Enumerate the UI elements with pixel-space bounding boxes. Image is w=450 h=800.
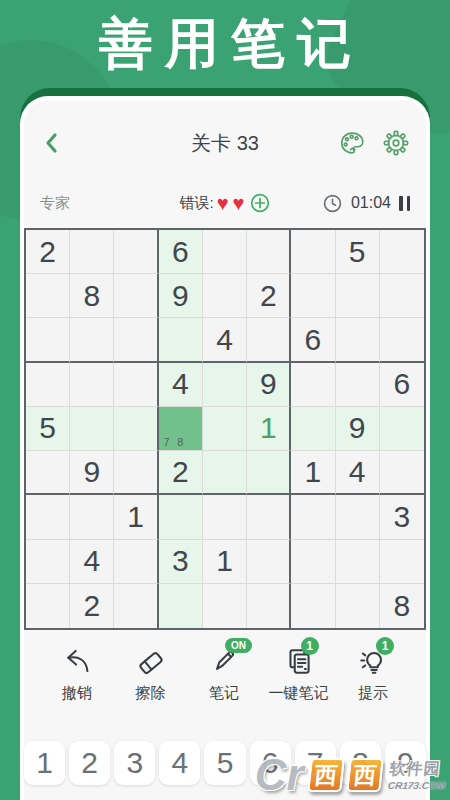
cell-r4c7[interactable] (291, 363, 335, 407)
cell-r5c2[interactable] (70, 407, 114, 451)
notes-on-badge: ON (225, 638, 252, 653)
cell-r8c8[interactable] (336, 540, 380, 584)
cell-r6c5[interactable] (203, 451, 247, 495)
cell-r6c4[interactable]: 2 (159, 451, 203, 495)
erase-button[interactable]: 擦除 (122, 646, 180, 703)
clock-icon (322, 193, 343, 214)
cell-r4c8[interactable] (336, 363, 380, 407)
cell-r3c3[interactable] (114, 318, 158, 362)
cell-r5c6[interactable]: 1 (247, 407, 291, 451)
numpad-key-5[interactable]: 5 (204, 741, 245, 785)
cell-r5c8[interactable]: 9 (336, 407, 380, 451)
given-digit: 1 (216, 544, 233, 578)
given-digit: 6 (305, 323, 322, 357)
cell-r7c8[interactable] (336, 495, 380, 539)
given-digit: 4 (172, 367, 189, 401)
cell-r9c2[interactable]: 2 (70, 584, 114, 628)
given-digit: 2 (172, 455, 189, 489)
given-digit: 2 (83, 589, 100, 623)
watermark-logo: Cr (255, 750, 304, 800)
cell-r3c4[interactable] (159, 318, 203, 362)
cell-r3c6[interactable] (247, 318, 291, 362)
cell-r8c2[interactable]: 4 (70, 540, 114, 584)
undo-icon (61, 646, 93, 678)
game-card: 关卡 33 (20, 96, 430, 800)
cell-r5c3[interactable] (114, 407, 158, 451)
notes-button[interactable]: 笔记 ON (195, 646, 253, 703)
cell-r9c6[interactable] (247, 584, 291, 628)
user-digit: 1 (260, 411, 277, 445)
given-digit: 5 (349, 235, 366, 269)
given-digit: 4 (216, 323, 233, 357)
cell-r3c7[interactable]: 6 (291, 318, 335, 362)
timer-group: 01:04 (322, 193, 410, 214)
hint-button[interactable]: 提示 1 (344, 646, 402, 703)
cell-r4c4[interactable]: 4 (159, 363, 203, 407)
cell-r4c2[interactable] (70, 363, 114, 407)
cell-r8c5[interactable]: 1 (203, 540, 247, 584)
cell-r2c9[interactable] (380, 274, 424, 318)
given-digit: 5 (39, 411, 56, 445)
cell-r9c5[interactable] (203, 584, 247, 628)
cell-r2c7[interactable] (291, 274, 335, 318)
cell-r5c5[interactable] (203, 407, 247, 451)
cell-r8c3[interactable] (114, 540, 158, 584)
cell-r3c8[interactable] (336, 318, 380, 362)
given-digit: 9 (172, 279, 189, 313)
cell-r2c5[interactable] (203, 274, 247, 318)
palette-icon (338, 129, 366, 157)
watermark: Cr 西 西 软件园 CR173.COM (255, 750, 446, 800)
given-digit: 1 (127, 500, 144, 534)
numpad-key-2[interactable]: 2 (69, 741, 110, 785)
cell-r1c5[interactable] (203, 230, 247, 274)
cell-r1c9[interactable] (380, 230, 424, 274)
pencil-notes: 78 (160, 408, 201, 449)
cell-r2c3[interactable] (114, 274, 158, 318)
tip-banner-title: 善用笔记 (0, 4, 450, 82)
watermark-domain: CR173.COM (387, 780, 445, 791)
tool-label: 撤销 (62, 684, 92, 703)
cell-r5c9[interactable] (380, 407, 424, 451)
cell-r4c9[interactable]: 6 (380, 363, 424, 407)
cell-r1c7[interactable] (291, 230, 335, 274)
watermark-char: 西 (307, 758, 345, 792)
cell-r7c7[interactable] (291, 495, 335, 539)
numpad-key-4[interactable]: 4 (159, 741, 200, 785)
sudoku-board: 265892464965781992141343128 (24, 228, 426, 630)
cell-r3c5[interactable]: 4 (203, 318, 247, 362)
cell-r8c9[interactable] (380, 540, 424, 584)
given-digit: 9 (260, 367, 277, 401)
add-life-button[interactable] (250, 193, 270, 213)
cell-r6c6[interactable] (247, 451, 291, 495)
cell-r2c6[interactable]: 2 (247, 274, 291, 318)
given-digit: 8 (83, 279, 100, 313)
given-digit: 3 (394, 500, 411, 534)
given-digit: 9 (83, 455, 100, 489)
time-value: 01:04 (351, 194, 391, 212)
cell-r4c5[interactable] (203, 363, 247, 407)
app-bar: 关卡 33 (40, 126, 410, 160)
cell-r2c8[interactable] (336, 274, 380, 318)
undo-button[interactable]: 撤销 (48, 646, 106, 703)
cell-r5c7[interactable] (291, 407, 335, 451)
watermark-suffix: 软件园 (388, 759, 441, 780)
app-screen: 善用笔记 关卡 33 (0, 0, 450, 800)
cell-r9c1[interactable] (26, 584, 70, 628)
cell-r3c1[interactable] (26, 318, 70, 362)
cell-r5c1[interactable]: 5 (26, 407, 70, 451)
cell-r1c1[interactable]: 2 (26, 230, 70, 274)
cell-r7c4[interactable] (159, 495, 203, 539)
heart-icon: ♥ (233, 193, 245, 213)
cell-r4c1[interactable] (26, 363, 70, 407)
given-digit: 1 (305, 455, 322, 489)
given-digit: 4 (349, 455, 366, 489)
cell-r7c9[interactable]: 3 (380, 495, 424, 539)
errors-label: 错误: (180, 194, 214, 213)
cell-r5c4[interactable]: 78 (159, 407, 203, 451)
cell-r1c3[interactable] (114, 230, 158, 274)
cell-r9c7[interactable] (291, 584, 335, 628)
cell-r8c6[interactable] (247, 540, 291, 584)
watermark-char: 西 (346, 758, 384, 792)
cell-r2c1[interactable] (26, 274, 70, 318)
difficulty-label: 专家 (40, 194, 70, 213)
cell-r4c3[interactable] (114, 363, 158, 407)
cell-r7c5[interactable] (203, 495, 247, 539)
given-digit: 3 (172, 544, 189, 578)
cell-r7c1[interactable] (26, 495, 70, 539)
auto-notes-count-badge: 1 (301, 637, 319, 655)
tool-label: 笔记 (209, 684, 239, 703)
cell-r1c2[interactable] (70, 230, 114, 274)
given-digit: 2 (260, 279, 277, 313)
cell-r9c8[interactable] (336, 584, 380, 628)
cell-r6c7[interactable]: 1 (291, 451, 335, 495)
cell-r6c8[interactable]: 4 (336, 451, 380, 495)
theme-button[interactable] (338, 129, 366, 157)
cell-r6c1[interactable] (26, 451, 70, 495)
cell-r6c9[interactable] (380, 451, 424, 495)
cell-r7c6[interactable] (247, 495, 291, 539)
cell-r8c7[interactable] (291, 540, 335, 584)
tool-label: 一键笔记 (269, 684, 329, 703)
given-digit: 6 (172, 235, 189, 269)
cell-r9c3[interactable] (114, 584, 158, 628)
cell-r2c4[interactable]: 9 (159, 274, 203, 318)
given-digit: 8 (394, 589, 411, 623)
cell-r1c8[interactable]: 5 (336, 230, 380, 274)
cell-r8c4[interactable]: 3 (159, 540, 203, 584)
cell-r7c3[interactable]: 1 (114, 495, 158, 539)
numpad-key-3[interactable]: 3 (114, 741, 155, 785)
tool-label: 擦除 (136, 684, 166, 703)
toolbar: 撤销 擦除 笔记 ON (48, 646, 402, 703)
status-bar: 专家 错误: ♥ ♥ (40, 190, 410, 216)
cell-r4c6[interactable]: 9 (247, 363, 291, 407)
tool-label: 提示 (358, 684, 388, 703)
plus-circle-icon (250, 193, 270, 213)
cell-r9c4[interactable] (159, 584, 203, 628)
cell-r3c2[interactable] (70, 318, 114, 362)
cell-r6c3[interactable] (114, 451, 158, 495)
given-digit: 6 (394, 367, 411, 401)
pause-button[interactable] (399, 196, 410, 211)
cell-r6c2[interactable]: 9 (70, 451, 114, 495)
cell-r2c2[interactable]: 8 (70, 274, 114, 318)
cell-r9c9[interactable]: 8 (380, 584, 424, 628)
eraser-icon (135, 646, 167, 678)
cell-r1c4[interactable]: 6 (159, 230, 203, 274)
cell-r3c9[interactable] (380, 318, 424, 362)
given-digit: 2 (39, 235, 56, 269)
gear-icon (382, 129, 410, 157)
cell-r7c2[interactable] (70, 495, 114, 539)
cell-r8c1[interactable] (26, 540, 70, 584)
heart-icon: ♥ (217, 193, 229, 213)
numpad-key-1[interactable]: 1 (24, 741, 65, 785)
cell-r1c6[interactable] (247, 230, 291, 274)
auto-notes-button[interactable]: 一键笔记 1 (269, 646, 329, 703)
settings-button[interactable] (382, 129, 410, 157)
given-digit: 4 (83, 544, 100, 578)
hint-count-badge: 1 (376, 637, 394, 655)
given-digit: 9 (349, 411, 366, 445)
